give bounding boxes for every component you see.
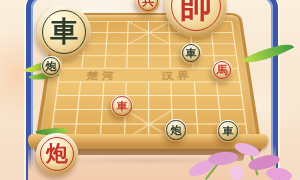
- red-horse-glyph: 馬: [213, 61, 231, 79]
- black-chariot-river-glyph: 車: [182, 44, 200, 62]
- black-cannon-front[interactable]: 炮: [165, 119, 187, 141]
- red-chariot-center-glyph: 車: [112, 96, 131, 115]
- xiangqi-scene: 楚河 汉界 車兵帥炮車馬車炮車炮: [0, 0, 300, 180]
- red-soldier-top[interactable]: 兵: [136, 0, 160, 13]
- red-general-large-glyph: 帥: [171, 0, 221, 31]
- black-chariot-large[interactable]: 車: [37, 5, 91, 59]
- red-general-large[interactable]: 帥: [165, 0, 227, 37]
- black-chariot-river[interactable]: 車: [181, 43, 202, 64]
- red-horse[interactable]: 馬: [212, 60, 233, 81]
- black-cannon-left[interactable]: 炮: [41, 56, 62, 77]
- pieces-layer: 車兵帥炮車馬車炮車炮: [0, 0, 300, 180]
- red-cannon-large[interactable]: 炮: [36, 133, 78, 175]
- red-soldier-top-glyph: 兵: [138, 0, 159, 11]
- black-chariot-large-glyph: 車: [42, 10, 86, 54]
- black-cannon-left-glyph: 炮: [42, 57, 60, 75]
- red-chariot-center[interactable]: 車: [111, 95, 133, 117]
- black-chariot-front-glyph: 車: [218, 121, 237, 140]
- black-chariot-front[interactable]: 車: [217, 120, 239, 142]
- red-cannon-large-glyph: 炮: [40, 137, 75, 172]
- black-cannon-front-glyph: 炮: [166, 120, 185, 139]
